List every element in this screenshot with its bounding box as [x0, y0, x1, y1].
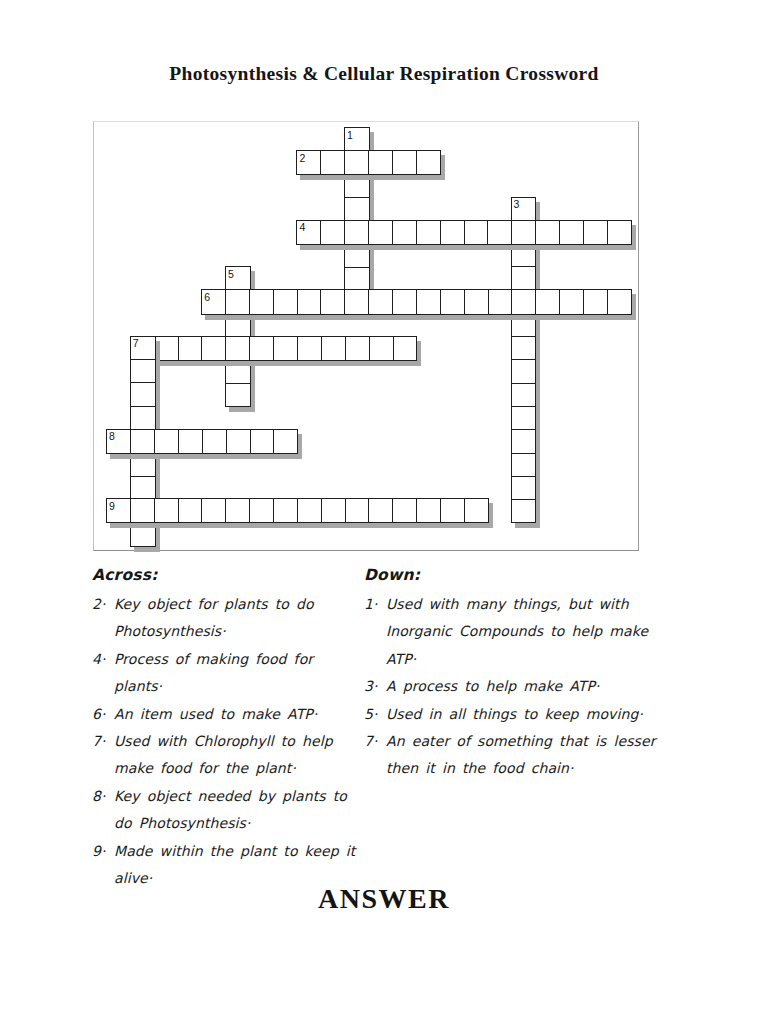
clue-number-label: 3· [364, 673, 379, 700]
answer-cell-4A-9[interactable] [487, 221, 511, 244]
answer-heading: ANSWER [0, 883, 768, 915]
answer-cell-8A-6[interactable] [226, 430, 250, 453]
answer-cell-6A-4[interactable] [273, 290, 297, 313]
answer-cell-7A-2[interactable] [154, 337, 178, 360]
down-clue-7: 7·An eater of something that is lesser t… [364, 728, 669, 783]
answer-cell-9A-14[interactable] [416, 499, 440, 522]
answer-cell-9A-7[interactable] [249, 499, 273, 522]
grid-clue-number-9: 9 [109, 501, 115, 512]
answer-cell-6A-17[interactable] [583, 290, 607, 313]
answer-cell-9A-10[interactable] [321, 499, 345, 522]
answer-cell-8A-2[interactable] [130, 430, 154, 453]
answer-cell-9A-2[interactable] [130, 499, 154, 522]
clue-text: A process to help make ATP· [386, 678, 600, 694]
answer-cell-9A-5[interactable] [201, 499, 225, 522]
answer-cell-9A-11[interactable] [345, 499, 369, 522]
answer-cell-3D-10[interactable] [512, 406, 536, 429]
answer-cell-7A-8[interactable] [297, 337, 321, 360]
answer-cell-1D-6[interactable] [345, 244, 369, 267]
clue-number-label: 9· [92, 838, 107, 865]
answer-cell-7A-11[interactable] [369, 337, 393, 360]
down-clue-1: 1·Used with many things, but with Inorga… [364, 591, 669, 673]
down-clue-5: 5·Used in all things to keep moving· [364, 701, 669, 728]
across-clues-section: Across: 2·Key object for plants to do Ph… [92, 566, 382, 892]
answer-cell-7D-4[interactable] [131, 406, 155, 429]
across-clue-8: 8·Key object needed by plants to do Phot… [92, 783, 357, 838]
clue-number-label: 6· [92, 701, 107, 728]
answer-cell-7D-9[interactable] [131, 522, 155, 545]
answer-cell-4A-3[interactable] [344, 221, 368, 244]
answer-cell-9A-13[interactable] [392, 499, 416, 522]
grid-clue-number-2: 2 [299, 153, 305, 164]
answer-cell-1D-7[interactable] [345, 267, 369, 290]
answer-cell-6A-9[interactable] [392, 290, 416, 313]
answer-cell-4A-12[interactable] [559, 221, 583, 244]
across-clue-7: 7·Used with Chlorophyll to help make foo… [92, 728, 357, 783]
word-8-across [106, 429, 298, 454]
clue-text: Used in all things to keep moving· [386, 706, 643, 722]
answer-cell-8A-8[interactable] [273, 430, 297, 453]
answer-cell-6A-14[interactable] [511, 290, 535, 313]
answer-cell-5D-5[interactable] [226, 360, 250, 383]
answer-cell-7A-4[interactable] [201, 337, 225, 360]
answer-cell-6A-2[interactable] [225, 290, 249, 313]
answer-cell-7A-7[interactable] [273, 337, 297, 360]
answer-cell-3D-7[interactable] [512, 336, 536, 359]
answer-cell-2A-6[interactable] [416, 151, 440, 174]
clue-text: Used with many things, but with Inorgani… [386, 596, 648, 667]
clue-text: An eater of something that is lesser the… [386, 733, 656, 776]
grid-clue-number-6: 6 [204, 292, 210, 303]
clue-number-label: 5· [364, 701, 379, 728]
clue-number-label: 7· [364, 728, 379, 755]
answer-cell-3D-4[interactable] [512, 266, 536, 289]
answer-cell-9A-3[interactable] [154, 499, 178, 522]
answer-cell-6A-8[interactable] [368, 290, 392, 313]
clue-number-label: 1· [364, 591, 379, 618]
clue-number-label: 2· [92, 591, 107, 618]
answer-cell-2A-5[interactable] [392, 151, 416, 174]
answer-cell-4A-14[interactable] [607, 221, 631, 244]
clue-text: Used with Chlorophyll to help make food … [114, 733, 333, 776]
down-header: Down: [364, 566, 694, 584]
clue-text: Made within the plant to keep it alive· [114, 843, 355, 886]
answer-cell-2A-3[interactable] [344, 151, 368, 174]
answer-cell-6A-6[interactable] [320, 290, 344, 313]
answer-cell-1D-3[interactable] [345, 174, 369, 197]
answer-cell-3D-13[interactable] [512, 476, 536, 499]
answer-cell-6A-13[interactable] [488, 290, 512, 313]
answer-cell-4A-5[interactable] [392, 221, 416, 244]
clue-number-label: 4· [92, 646, 107, 673]
answer-cell-9A-16[interactable] [464, 499, 488, 522]
answer-cell-4A-11[interactable] [535, 221, 559, 244]
answer-cell-8A-5[interactable] [202, 430, 226, 453]
across-clue-list: 2·Key object for plants to do Photosynth… [92, 591, 357, 892]
answer-cell-7A-5[interactable] [225, 337, 249, 360]
across-header: Across: [92, 566, 382, 584]
answer-cell-7A-10[interactable] [345, 337, 369, 360]
worksheet-page: { "game": "crossword", "title": "Photosy… [0, 0, 768, 1024]
answer-cell-7A-9[interactable] [321, 337, 345, 360]
word-3-down [511, 197, 537, 524]
answer-cell-8A-7[interactable] [250, 430, 274, 453]
answer-cell-1D-4[interactable] [345, 197, 369, 220]
down-clue-list: 1·Used with many things, but with Inorga… [364, 591, 669, 783]
word-2-across [296, 150, 441, 175]
answer-cell-7A-6[interactable] [249, 337, 273, 360]
answer-cell-7A-3[interactable] [178, 337, 202, 360]
answer-cell-9A-8[interactable] [273, 499, 297, 522]
grid-clue-number-5: 5 [228, 269, 234, 280]
word-9-across [106, 498, 489, 523]
answer-cell-6A-7[interactable] [344, 290, 368, 313]
answer-cell-2A-2[interactable] [320, 151, 344, 174]
down-clue-3: 3·A process to help make ATP· [364, 673, 669, 700]
across-clue-4: 4·Process of making food for plants· [92, 646, 357, 701]
answer-cell-6A-12[interactable] [464, 290, 488, 313]
answer-cell-6A-18[interactable] [607, 290, 631, 313]
down-clues-section: Down: 1·Used with many things, but with … [364, 566, 694, 783]
answer-cell-9A-15[interactable] [440, 499, 464, 522]
word-7-across [130, 336, 418, 361]
clue-text: Key object for plants to do Photosynthes… [114, 596, 314, 639]
word-4-across [296, 220, 631, 245]
answer-cell-3D-8[interactable] [512, 359, 536, 382]
answer-cell-9A-12[interactable] [368, 499, 392, 522]
answer-cell-6A-16[interactable] [559, 290, 583, 313]
answer-cell-4A-8[interactable] [464, 221, 488, 244]
word-6-across [201, 289, 631, 314]
answer-cell-6A-15[interactable] [535, 290, 559, 313]
page-title: Photosynthesis & Cellular Respiration Cr… [0, 63, 768, 85]
answer-cell-9A-4[interactable] [178, 499, 202, 522]
clue-text: Key object needed by plants to do Photos… [114, 788, 347, 831]
answer-cell-4A-6[interactable] [416, 221, 440, 244]
answer-cell-3D-11[interactable] [512, 429, 536, 452]
clue-text: An item used to make ATP· [114, 706, 317, 722]
answer-cell-5D-3[interactable] [226, 313, 250, 336]
answer-cell-8A-4[interactable] [178, 430, 202, 453]
answer-cell-2A-4[interactable] [368, 151, 392, 174]
answer-cell-7D-2[interactable] [131, 359, 155, 382]
answer-cell-7D-6[interactable] [131, 452, 155, 475]
answer-cell-9A-9[interactable] [297, 499, 321, 522]
grid-clue-number-4: 4 [299, 222, 305, 233]
grid-clue-number-8: 8 [109, 431, 115, 442]
crossword-board: 123456789 [93, 121, 639, 551]
answer-cell-3D-3[interactable] [512, 243, 536, 266]
answer-cell-9A-6[interactable] [225, 499, 249, 522]
answer-cell-6A-10[interactable] [416, 290, 440, 313]
answer-cell-4A-4[interactable] [368, 221, 392, 244]
answer-cell-7D-7[interactable] [131, 476, 155, 499]
answer-cell-3D-9[interactable] [512, 383, 536, 406]
answer-cell-4A-7[interactable] [440, 221, 464, 244]
across-clue-6: 6·An item used to make ATP· [92, 701, 357, 728]
clue-number-label: 7· [92, 728, 107, 755]
answer-cell-5D-6[interactable] [226, 383, 250, 406]
answer-cell-8A-3[interactable] [154, 430, 178, 453]
answer-cell-3D-12[interactable] [512, 453, 536, 476]
answer-cell-4A-2[interactable] [320, 221, 344, 244]
answer-cell-3D-14[interactable] [512, 499, 536, 522]
answer-cell-7A-12[interactable] [393, 337, 417, 360]
answer-cell-3D-6[interactable] [512, 313, 536, 336]
answer-cell-7D-3[interactable] [131, 382, 155, 405]
clue-text: Process of making food for plants· [114, 651, 313, 694]
grid-clue-number-1: 1 [347, 130, 353, 141]
grid-clue-number-3: 3 [514, 199, 520, 210]
answer-cell-4A-10[interactable] [511, 221, 535, 244]
answer-cell-6A-3[interactable] [249, 290, 273, 313]
across-clue-2: 2·Key object for plants to do Photosynth… [92, 591, 357, 646]
answer-cell-4A-13[interactable] [583, 221, 607, 244]
answer-cell-6A-5[interactable] [297, 290, 321, 313]
grid-clue-number-7: 7 [133, 338, 139, 349]
answer-cell-6A-11[interactable] [440, 290, 464, 313]
clue-number-label: 8· [92, 783, 107, 810]
